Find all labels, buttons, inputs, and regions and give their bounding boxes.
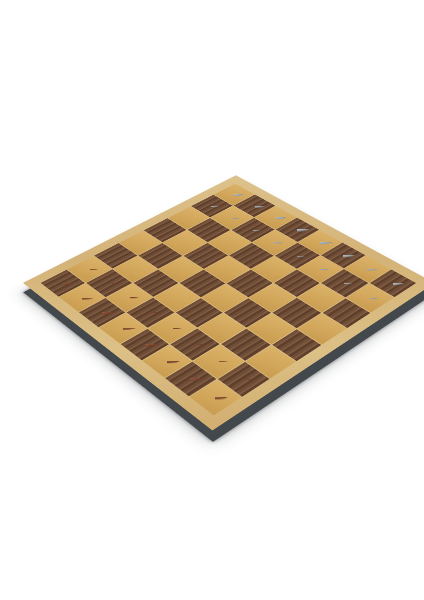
copper-rook: ♜ <box>196 353 235 396</box>
product-photo: ♜♞♝♛♚♝♞♜♟♟♟♟♟♟♟♟♟♟♟♟♟♟♟♟♜♞♝♛♚♝♞♜ <box>0 0 424 600</box>
silver-pawn: ♟ <box>354 263 385 298</box>
pieces-layer: ♜♞♝♛♚♝♞♜♟♟♟♟♟♟♟♟♟♟♟♟♟♟♟♟♜♞♝♛♚♝♞♜ <box>23 175 424 430</box>
chess-board: ♜♞♝♛♚♝♞♜♟♟♟♟♟♟♟♟♟♟♟♟♟♟♟♟♜♞♝♛♚♝♞♜ <box>23 175 424 430</box>
